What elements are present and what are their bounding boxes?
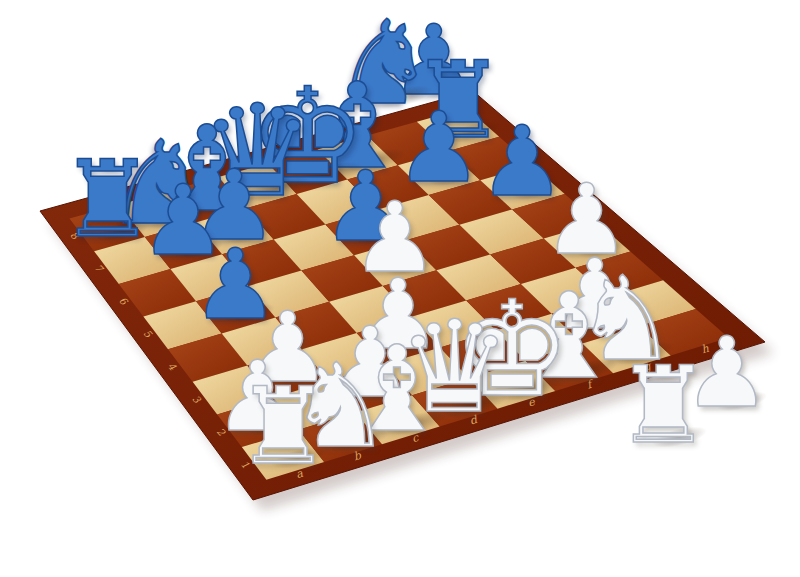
chess-scene: 87654321abcdefgh ♜♞♝♛♚♝♜♟♟♟♟♟♟♟♟♟♟♟♟♟♜♞♝… xyxy=(0,0,800,577)
piece-white-rook-captured[interactable]: ♜ xyxy=(615,353,710,459)
pieces-layer: ♜♞♝♛♚♝♜♟♟♟♟♟♟♟♟♟♟♟♟♟♜♞♝♛♚♝♞♞♟♜♟ xyxy=(0,0,800,577)
piece-white-rook-a1[interactable]: ♜ xyxy=(235,374,330,480)
